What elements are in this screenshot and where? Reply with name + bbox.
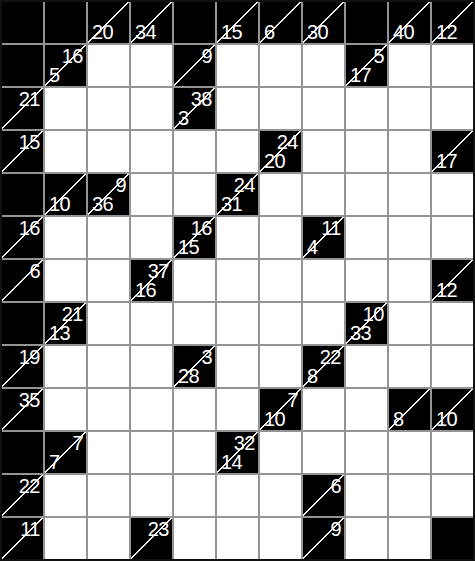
- entry-cell-r2c5[interactable]: [217, 88, 258, 129]
- entry-cell-r1c7[interactable]: [303, 45, 344, 86]
- down-clue-number: 15: [221, 22, 242, 42]
- entry-cell-r2c1[interactable]: [45, 88, 86, 129]
- down-clue-number: 8: [307, 366, 318, 386]
- block-cell-r12c10: [432, 518, 473, 559]
- entry-cell-r4c6[interactable]: [260, 174, 301, 215]
- entry-cell-r9c4[interactable]: [174, 389, 215, 430]
- down-clue-number: 13: [49, 323, 70, 343]
- clue-cell-r12c7: 9: [303, 518, 344, 559]
- entry-cell-r5c3[interactable]: [131, 217, 172, 258]
- entry-cell-r5c5[interactable]: [217, 217, 258, 258]
- down-clue-number: 8: [393, 409, 404, 429]
- down-clue-number: 40: [393, 22, 414, 42]
- clue-cell-r5c0: 16: [2, 217, 43, 258]
- across-clue-number: 6: [330, 476, 341, 496]
- entry-cell-r7c10[interactable]: [432, 303, 473, 344]
- entry-cell-r12c9[interactable]: [389, 518, 430, 559]
- down-clue-number: 5: [49, 65, 60, 85]
- across-clue-number: 10: [363, 304, 384, 324]
- block-cell-r7c0: [2, 303, 43, 344]
- entry-cell-r1c6[interactable]: [260, 45, 301, 86]
- across-clue-number: 16: [62, 46, 83, 66]
- across-clue-number: 23: [148, 519, 169, 539]
- entry-cell-r1c3[interactable]: [131, 45, 172, 86]
- down-clue-number: 10: [436, 409, 457, 429]
- down-clue-number: 30: [307, 22, 328, 42]
- clue-cell-r8c7: 822: [303, 346, 344, 387]
- clue-cell-r7c8: 3310: [346, 303, 387, 344]
- down-clue-number: 36: [92, 194, 113, 214]
- entry-cell-r12c5[interactable]: [217, 518, 258, 559]
- entry-cell-r2c3[interactable]: [131, 88, 172, 129]
- across-clue-number: 24: [277, 132, 298, 152]
- entry-cell-r11c5[interactable]: [217, 475, 258, 516]
- entry-cell-r10c2[interactable]: [88, 432, 129, 473]
- down-clue-number: 12: [436, 280, 457, 300]
- clue-cell-r9c0: 35: [2, 389, 43, 430]
- entry-cell-r8c2[interactable]: [88, 346, 129, 387]
- across-clue-number: 16: [19, 218, 40, 238]
- entry-cell-r4c8[interactable]: [346, 174, 387, 215]
- entry-cell-r1c10[interactable]: [432, 45, 473, 86]
- clue-cell-r6c0: 6: [2, 260, 43, 301]
- clue-cell-r11c0: 22: [2, 475, 43, 516]
- entry-cell-r6c8[interactable]: [346, 260, 387, 301]
- entry-cell-r7c5[interactable]: [217, 303, 258, 344]
- entry-cell-r10c7[interactable]: [303, 432, 344, 473]
- block-cell-r0c0: [2, 2, 43, 43]
- clue-cell-r0c5: 15: [217, 2, 258, 43]
- entry-cell-r11c9[interactable]: [389, 475, 430, 516]
- entry-cell-r7c9[interactable]: [389, 303, 430, 344]
- down-clue-number: 28: [178, 366, 199, 386]
- entry-cell-r4c7[interactable]: [303, 174, 344, 215]
- entry-cell-r4c4[interactable]: [174, 174, 215, 215]
- across-clue-number: 38: [191, 89, 212, 109]
- across-clue-number: 35: [19, 390, 40, 410]
- down-clue-number: 34: [135, 22, 156, 42]
- clue-cell-r12c3: 23: [131, 518, 172, 559]
- clue-cell-r11c7: 6: [303, 475, 344, 516]
- entry-cell-r1c5[interactable]: [217, 45, 258, 86]
- down-clue-number: 20: [92, 22, 113, 42]
- clue-cell-r7c1: 1321: [45, 303, 86, 344]
- across-clue-number: 32: [234, 433, 255, 453]
- entry-cell-r5c1[interactable]: [45, 217, 86, 258]
- entry-cell-r4c10[interactable]: [432, 174, 473, 215]
- entry-cell-r12c4[interactable]: [174, 518, 215, 559]
- clue-cell-r0c10: 12: [432, 2, 473, 43]
- across-clue-number: 15: [19, 132, 40, 152]
- across-clue-number: 7: [72, 433, 83, 453]
- clue-cell-r1c4: 9: [174, 45, 215, 86]
- entry-cell-r5c9[interactable]: [389, 217, 430, 258]
- across-clue-number: 19: [19, 347, 40, 367]
- entry-cell-r7c2[interactable]: [88, 303, 129, 344]
- clue-cell-r0c7: 30: [303, 2, 344, 43]
- down-clue-number: 16: [135, 280, 156, 300]
- down-clue-number: 6: [264, 22, 275, 42]
- across-clue-number: 21: [62, 304, 83, 324]
- clue-cell-r1c8: 175: [346, 45, 387, 86]
- clue-cell-r9c6: 107: [260, 389, 301, 430]
- across-clue-number: 3: [201, 347, 212, 367]
- across-clue-number: 7: [287, 390, 298, 410]
- clue-cell-r2c4: 338: [174, 88, 215, 129]
- entry-cell-r12c6[interactable]: [260, 518, 301, 559]
- down-clue-number: 12: [436, 22, 457, 42]
- clue-cell-r5c7: 411: [303, 217, 344, 258]
- entry-cell-r6c5[interactable]: [217, 260, 258, 301]
- entry-cell-r10c8[interactable]: [346, 432, 387, 473]
- clue-cell-r0c2: 20: [88, 2, 129, 43]
- clue-cell-r6c10: 12: [432, 260, 473, 301]
- entry-cell-r5c2[interactable]: [88, 217, 129, 258]
- across-clue-number: 11: [20, 519, 40, 539]
- down-clue-number: 33: [350, 323, 371, 343]
- entry-cell-r5c10[interactable]: [432, 217, 473, 258]
- entry-cell-r7c3[interactable]: [131, 303, 172, 344]
- entry-cell-r11c10[interactable]: [432, 475, 473, 516]
- across-clue-number: 37: [148, 261, 169, 281]
- block-cell-r0c4: [174, 2, 215, 43]
- entry-cell-r11c2[interactable]: [88, 475, 129, 516]
- clue-cell-r0c6: 6: [260, 2, 301, 43]
- entry-cell-r2c2[interactable]: [88, 88, 129, 129]
- entry-cell-r10c9[interactable]: [389, 432, 430, 473]
- clue-cell-r3c10: 17: [432, 131, 473, 172]
- entry-cell-r11c8[interactable]: [346, 475, 387, 516]
- entry-cell-r10c3[interactable]: [131, 432, 172, 473]
- entry-cell-r10c10[interactable]: [432, 432, 473, 473]
- clue-cell-r10c5: 1432: [217, 432, 258, 473]
- down-clue-number: 7: [49, 452, 60, 472]
- clue-cell-r2c0: 21: [2, 88, 43, 129]
- entry-cell-r11c6[interactable]: [260, 475, 301, 516]
- across-clue-number: 5: [373, 46, 384, 66]
- entry-cell-r2c6[interactable]: [260, 88, 301, 129]
- entry-cell-r3c3[interactable]: [131, 131, 172, 172]
- down-clue-number: 14: [221, 452, 242, 472]
- down-clue-number: 17: [350, 65, 371, 85]
- down-clue-number: 15: [178, 237, 199, 257]
- block-cell-r1c0: [2, 45, 43, 86]
- entry-cell-r6c6[interactable]: [260, 260, 301, 301]
- clue-cell-r3c0: 15: [2, 131, 43, 172]
- clue-cell-r4c1: 10: [45, 174, 86, 215]
- entry-cell-r12c1[interactable]: [45, 518, 86, 559]
- clue-cell-r8c0: 19: [2, 346, 43, 387]
- block-cell-r10c0: [2, 432, 43, 473]
- entry-cell-r6c7[interactable]: [303, 260, 344, 301]
- entry-cell-r9c3[interactable]: [131, 389, 172, 430]
- entry-cell-r7c6[interactable]: [260, 303, 301, 344]
- entry-cell-r10c6[interactable]: [260, 432, 301, 473]
- block-cell-r4c0: [2, 174, 43, 215]
- entry-cell-r12c2[interactable]: [88, 518, 129, 559]
- entry-cell-r8c6[interactable]: [260, 346, 301, 387]
- down-clue-number: 10: [264, 409, 285, 429]
- entry-cell-r11c1[interactable]: [45, 475, 86, 516]
- down-clue-number: 10: [49, 194, 70, 214]
- block-cell-r0c8: [346, 2, 387, 43]
- entry-cell-r9c2[interactable]: [88, 389, 129, 430]
- entry-cell-r3c5[interactable]: [217, 131, 258, 172]
- across-clue-number: 9: [201, 46, 212, 66]
- entry-cell-r10c4[interactable]: [174, 432, 215, 473]
- entry-cell-r3c2[interactable]: [88, 131, 129, 172]
- clue-cell-r1c1: 516: [45, 45, 86, 86]
- clue-cell-r12c0: 11: [2, 518, 43, 559]
- clue-cell-r3c6: 2024: [260, 131, 301, 172]
- entry-cell-r5c6[interactable]: [260, 217, 301, 258]
- clue-cell-r6c3: 1637: [131, 260, 172, 301]
- down-clue-number: 3: [178, 108, 189, 128]
- entry-cell-r9c1[interactable]: [45, 389, 86, 430]
- clue-cell-r4c5: 3124: [217, 174, 258, 215]
- entry-cell-r12c8[interactable]: [346, 518, 387, 559]
- entry-cell-r6c9[interactable]: [389, 260, 430, 301]
- across-clue-number: 6: [29, 261, 40, 281]
- down-clue-number: 20: [264, 151, 285, 171]
- entry-cell-r8c3[interactable]: [131, 346, 172, 387]
- entry-cell-r8c10[interactable]: [432, 346, 473, 387]
- entry-cell-r4c3[interactable]: [131, 174, 172, 215]
- entry-cell-r8c1[interactable]: [45, 346, 86, 387]
- clue-cell-r4c2: 369: [88, 174, 129, 215]
- across-clue-number: 21: [19, 89, 40, 109]
- entry-cell-r2c7[interactable]: [303, 88, 344, 129]
- entry-cell-r2c9[interactable]: [389, 88, 430, 129]
- entry-cell-r8c5[interactable]: [217, 346, 258, 387]
- clue-cell-r9c9: 8: [389, 389, 430, 430]
- entry-cell-r7c4[interactable]: [174, 303, 215, 344]
- down-clue-number: 17: [436, 151, 457, 171]
- entry-cell-r11c4[interactable]: [174, 475, 215, 516]
- entry-cell-r9c5[interactable]: [217, 389, 258, 430]
- across-clue-number: 22: [19, 476, 40, 496]
- clue-cell-r8c4: 283: [174, 346, 215, 387]
- entry-cell-r9c8[interactable]: [346, 389, 387, 430]
- entry-cell-r4c9[interactable]: [389, 174, 430, 215]
- clue-cell-r0c3: 34: [131, 2, 172, 43]
- entry-cell-r3c8[interactable]: [346, 131, 387, 172]
- kakuro-board: 2034156304012516917521338152024171036931…: [0, 0, 475, 561]
- clue-cell-r10c1: 77: [45, 432, 86, 473]
- entry-cell-r3c4[interactable]: [174, 131, 215, 172]
- entry-cell-r3c9[interactable]: [389, 131, 430, 172]
- entry-cell-r8c9[interactable]: [389, 346, 430, 387]
- entry-cell-r9c7[interactable]: [303, 389, 344, 430]
- entry-cell-r7c7[interactable]: [303, 303, 344, 344]
- entry-cell-r6c4[interactable]: [174, 260, 215, 301]
- entry-cell-r6c2[interactable]: [88, 260, 129, 301]
- down-clue-number: 31: [221, 194, 242, 214]
- entry-cell-r6c1[interactable]: [45, 260, 86, 301]
- across-clue-number: 16: [191, 218, 212, 238]
- clue-cell-r5c4: 1516: [174, 217, 215, 258]
- across-clue-number: 9: [330, 519, 341, 539]
- entry-cell-r11c3[interactable]: [131, 475, 172, 516]
- clue-cell-r9c10: 10: [432, 389, 473, 430]
- down-clue-number: 4: [307, 237, 318, 257]
- clue-cell-r0c9: 40: [389, 2, 430, 43]
- entry-cell-r1c2[interactable]: [88, 45, 129, 86]
- entry-cell-r2c10[interactable]: [432, 88, 473, 129]
- entry-cell-r1c9[interactable]: [389, 45, 430, 86]
- block-cell-r0c1: [45, 2, 86, 43]
- entry-cell-r8c8[interactable]: [346, 346, 387, 387]
- across-clue-number: 24: [234, 175, 255, 195]
- entry-cell-r3c7[interactable]: [303, 131, 344, 172]
- entry-cell-r3c1[interactable]: [45, 131, 86, 172]
- entry-cell-r5c8[interactable]: [346, 217, 387, 258]
- across-clue-number: 11: [321, 218, 341, 238]
- entry-cell-r2c8[interactable]: [346, 88, 387, 129]
- across-clue-number: 9: [115, 175, 126, 195]
- across-clue-number: 22: [320, 347, 341, 367]
